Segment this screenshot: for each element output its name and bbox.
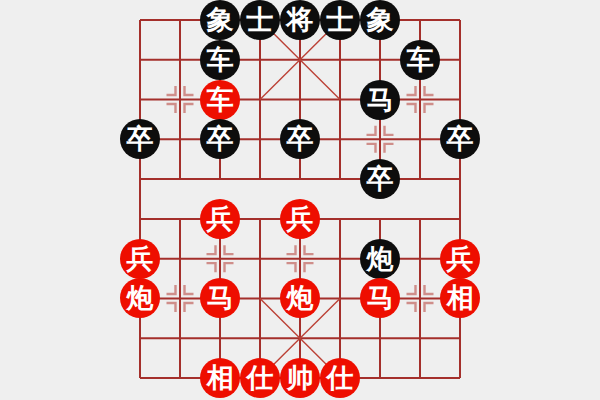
piece-black-cannon[interactable]: 炮 xyxy=(360,239,400,279)
piece-black-advisor[interactable]: 士 xyxy=(320,0,360,40)
piece-red-horse[interactable]: 马 xyxy=(360,278,400,318)
piece-red-soldier[interactable]: 兵 xyxy=(280,199,320,239)
piece-black-soldier[interactable]: 卒 xyxy=(200,119,240,159)
piece-black-horse[interactable]: 马 xyxy=(360,80,400,120)
xiangqi-board: 象士将士象车车车马卒卒卒卒卒兵兵兵炮兵炮马炮马相相仕帅仕 xyxy=(0,0,600,400)
piece-black-soldier[interactable]: 卒 xyxy=(360,159,400,199)
piece-black-general[interactable]: 将 xyxy=(280,0,320,40)
piece-red-elephant[interactable]: 相 xyxy=(200,358,240,398)
piece-black-elephant[interactable]: 象 xyxy=(360,0,400,40)
piece-red-soldier[interactable]: 兵 xyxy=(200,199,240,239)
piece-red-advisor[interactable]: 仕 xyxy=(240,358,280,398)
piece-red-horse[interactable]: 马 xyxy=(200,278,240,318)
piece-black-soldier[interactable]: 卒 xyxy=(280,119,320,159)
piece-black-chariot[interactable]: 车 xyxy=(400,40,440,80)
piece-red-soldier[interactable]: 兵 xyxy=(120,239,160,279)
piece-black-advisor[interactable]: 士 xyxy=(240,0,280,40)
piece-red-soldier[interactable]: 兵 xyxy=(440,239,480,279)
piece-black-chariot[interactable]: 车 xyxy=(200,40,240,80)
piece-black-soldier[interactable]: 卒 xyxy=(120,119,160,159)
pieces-layer: 象士将士象车车车马卒卒卒卒卒兵兵兵炮兵炮马炮马相相仕帅仕 xyxy=(0,0,600,400)
piece-black-soldier[interactable]: 卒 xyxy=(440,119,480,159)
piece-red-cannon[interactable]: 炮 xyxy=(120,278,160,318)
piece-black-elephant[interactable]: 象 xyxy=(200,0,240,40)
piece-red-chariot[interactable]: 车 xyxy=(200,80,240,120)
piece-red-cannon[interactable]: 炮 xyxy=(280,278,320,318)
piece-red-general[interactable]: 帅 xyxy=(280,358,320,398)
piece-red-elephant[interactable]: 相 xyxy=(440,278,480,318)
piece-red-advisor[interactable]: 仕 xyxy=(320,358,360,398)
